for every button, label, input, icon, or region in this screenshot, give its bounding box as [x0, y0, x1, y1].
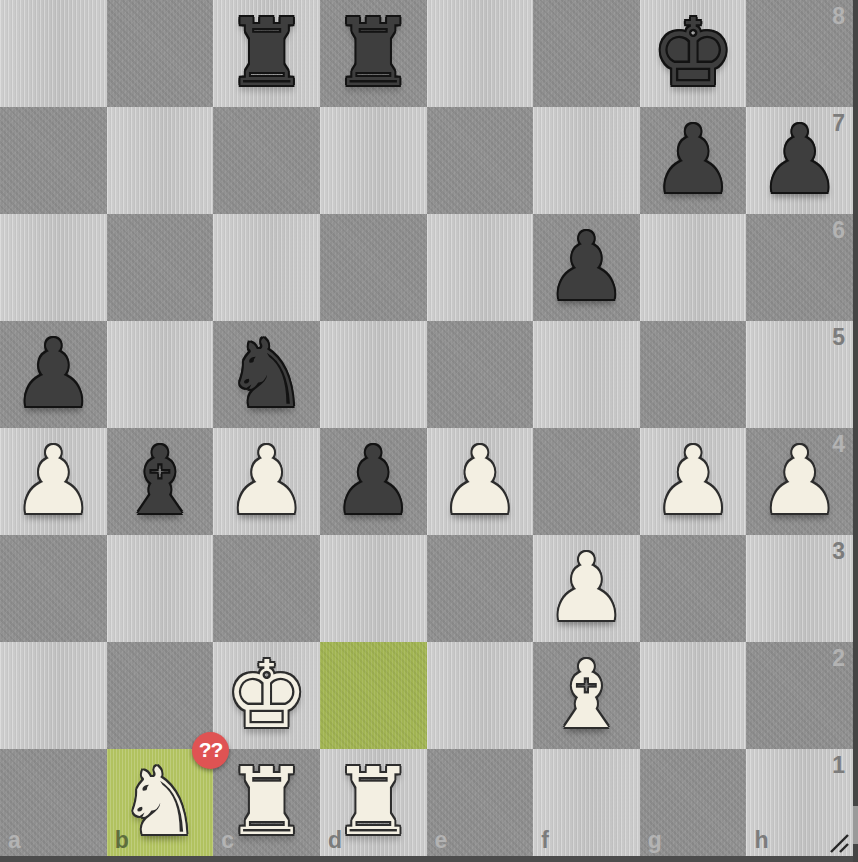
file-label-e: e [435, 827, 448, 854]
square-b6[interactable] [107, 214, 214, 321]
square-c7[interactable] [213, 107, 320, 214]
square-h7[interactable]: 7♟ [746, 107, 853, 214]
square-c6[interactable] [213, 214, 320, 321]
square-h6[interactable]: 6 [746, 214, 853, 321]
square-c1[interactable]: c♜ [213, 749, 320, 856]
white-pawn[interactable]: ♟ [640, 428, 747, 535]
square-a6[interactable] [0, 214, 107, 321]
square-f8[interactable] [533, 0, 640, 107]
rank-label-2: 2 [832, 645, 845, 672]
square-f2[interactable]: ♝ [533, 642, 640, 749]
square-b4[interactable]: ♝ [107, 428, 214, 535]
square-g4[interactable]: ♟ [640, 428, 747, 535]
file-label-h: h [754, 827, 768, 854]
square-d5[interactable] [320, 321, 427, 428]
square-f1[interactable]: f [533, 749, 640, 856]
square-b8[interactable] [107, 0, 214, 107]
square-d7[interactable] [320, 107, 427, 214]
square-h2[interactable]: 2 [746, 642, 853, 749]
white-pawn[interactable]: ♟ [213, 428, 320, 535]
black-bishop[interactable]: ♝ [107, 428, 214, 535]
square-e6[interactable] [427, 214, 534, 321]
square-a1[interactable]: a [0, 749, 107, 856]
square-g6[interactable] [640, 214, 747, 321]
square-e5[interactable] [427, 321, 534, 428]
scrollbar-thumb[interactable] [853, 806, 858, 844]
white-pawn[interactable]: ♟ [427, 428, 534, 535]
square-a5[interactable]: ♟ [0, 321, 107, 428]
square-d2[interactable] [320, 642, 427, 749]
square-c5[interactable]: ♞ [213, 321, 320, 428]
square-a3[interactable] [0, 535, 107, 642]
rank-label-4: 4 [832, 431, 845, 458]
square-d6[interactable] [320, 214, 427, 321]
square-e3[interactable] [427, 535, 534, 642]
square-b2[interactable] [107, 642, 214, 749]
square-c3[interactable] [213, 535, 320, 642]
square-a8[interactable] [0, 0, 107, 107]
chess-board-stage: ♜♜♚8♟7♟♟6♟♞5♟♝♟♟♟♟4♟♟3♚♝2ab♞c♜d♜efgh1 ?? [0, 0, 858, 862]
board-resize-handle[interactable] [827, 831, 849, 853]
square-b7[interactable] [107, 107, 214, 214]
square-h4[interactable]: 4♟ [746, 428, 853, 535]
white-bishop[interactable]: ♝ [533, 642, 640, 749]
square-g3[interactable] [640, 535, 747, 642]
square-c4[interactable]: ♟ [213, 428, 320, 535]
file-label-g: g [648, 827, 662, 854]
black-pawn[interactable]: ♟ [533, 214, 640, 321]
square-e4[interactable]: ♟ [427, 428, 534, 535]
square-a7[interactable] [0, 107, 107, 214]
square-b1[interactable]: b♞ [107, 749, 214, 856]
rank-label-3: 3 [832, 538, 845, 565]
square-c2[interactable]: ♚ [213, 642, 320, 749]
square-h3[interactable]: 3 [746, 535, 853, 642]
square-g1[interactable]: g [640, 749, 747, 856]
square-d8[interactable]: ♜ [320, 0, 427, 107]
blunder-badge: ?? [192, 732, 229, 769]
square-f6[interactable]: ♟ [533, 214, 640, 321]
black-pawn[interactable]: ♟ [640, 107, 747, 214]
square-d1[interactable]: d♜ [320, 749, 427, 856]
square-b3[interactable] [107, 535, 214, 642]
square-e7[interactable] [427, 107, 534, 214]
square-f7[interactable] [533, 107, 640, 214]
square-f5[interactable] [533, 321, 640, 428]
square-f3[interactable]: ♟ [533, 535, 640, 642]
white-king[interactable]: ♚ [213, 642, 320, 749]
scrollbar-track[interactable] [853, 0, 858, 862]
rank-label-5: 5 [832, 324, 845, 351]
rank-label-6: 6 [832, 217, 845, 244]
rank-label-1: 1 [832, 752, 845, 779]
square-e8[interactable] [427, 0, 534, 107]
black-king[interactable]: ♚ [640, 0, 747, 107]
square-g5[interactable] [640, 321, 747, 428]
square-d4[interactable]: ♟ [320, 428, 427, 535]
black-rook[interactable]: ♜ [213, 0, 320, 107]
square-f4[interactable] [533, 428, 640, 535]
square-g2[interactable] [640, 642, 747, 749]
square-e1[interactable]: e [427, 749, 534, 856]
file-label-f: f [541, 827, 549, 854]
white-pawn[interactable]: ♟ [0, 428, 107, 535]
white-pawn[interactable]: ♟ [533, 535, 640, 642]
square-a4[interactable]: ♟ [0, 428, 107, 535]
black-rook[interactable]: ♜ [320, 0, 427, 107]
file-label-c: c [221, 827, 234, 854]
square-g7[interactable]: ♟ [640, 107, 747, 214]
rank-label-8: 8 [832, 3, 845, 30]
square-b5[interactable] [107, 321, 214, 428]
square-c8[interactable]: ♜ [213, 0, 320, 107]
file-label-a: a [8, 827, 21, 854]
square-g8[interactable]: ♚ [640, 0, 747, 107]
square-e2[interactable] [427, 642, 534, 749]
square-a2[interactable] [0, 642, 107, 749]
black-knight[interactable]: ♞ [213, 321, 320, 428]
board: ♜♜♚8♟7♟♟6♟♞5♟♝♟♟♟♟4♟♟3♚♝2ab♞c♜d♜efgh1 [0, 0, 853, 856]
square-d3[interactable] [320, 535, 427, 642]
square-h5[interactable]: 5 [746, 321, 853, 428]
black-pawn[interactable]: ♟ [320, 428, 427, 535]
square-h8[interactable]: 8 [746, 0, 853, 107]
rank-label-7: 7 [832, 110, 845, 137]
black-pawn[interactable]: ♟ [0, 321, 107, 428]
file-label-b: b [115, 827, 129, 854]
file-label-d: d [328, 827, 342, 854]
